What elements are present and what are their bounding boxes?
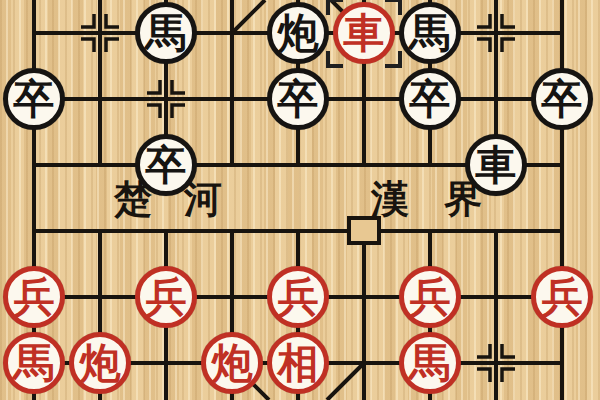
- piece-red-pawn[interactable]: 兵: [3, 266, 65, 328]
- piece-black-horse[interactable]: 馬: [135, 2, 197, 64]
- piece-red-horse[interactable]: 馬: [3, 332, 65, 394]
- piece-red-pawn[interactable]: 兵: [399, 266, 461, 328]
- piece-black-pawn[interactable]: 卒: [399, 68, 461, 130]
- pieces-layer: 馬炮車馬卒卒卒卒卒車兵兵兵兵兵馬炮炮相馬: [1, 0, 595, 396]
- piece-black-pawn[interactable]: 卒: [531, 68, 593, 130]
- piece-black-chariot[interactable]: 車: [465, 134, 527, 196]
- piece-red-pawn[interactable]: 兵: [267, 266, 329, 328]
- xiangqi-board[interactable]: 楚 河 漢 界 馬炮車馬卒卒卒卒卒車兵兵兵兵兵馬炮炮相馬: [0, 0, 600, 400]
- piece-red-elephant[interactable]: 相: [267, 332, 329, 394]
- piece-red-pawn[interactable]: 兵: [531, 266, 593, 328]
- piece-black-cannon[interactable]: 炮: [267, 2, 329, 64]
- piece-red-cannon[interactable]: 炮: [201, 332, 263, 394]
- piece-black-horse[interactable]: 馬: [399, 2, 461, 64]
- piece-black-pawn[interactable]: 卒: [267, 68, 329, 130]
- piece-black-pawn[interactable]: 卒: [3, 68, 65, 130]
- piece-red-chariot[interactable]: 車: [333, 2, 395, 64]
- piece-red-cannon[interactable]: 炮: [69, 332, 131, 394]
- piece-black-pawn[interactable]: 卒: [135, 134, 197, 196]
- piece-red-horse[interactable]: 馬: [399, 332, 461, 394]
- piece-red-pawn[interactable]: 兵: [135, 266, 197, 328]
